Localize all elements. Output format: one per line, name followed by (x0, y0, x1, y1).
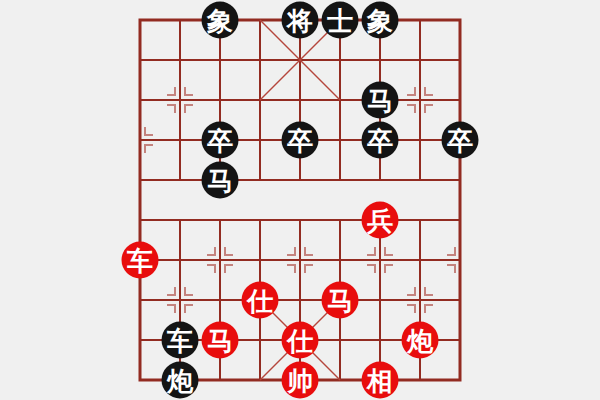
intersection-f3r2[interactable] (240, 80, 280, 120)
intersection-f7r0[interactable] (400, 0, 440, 40)
intersection-f4r8[interactable]: 仕 (280, 320, 320, 360)
xiangqi-app: 象将士象马卒卒卒卒马兵车仕马车马仕炮炮帅相 (0, 0, 600, 400)
intersection-f3r6[interactable] (240, 240, 280, 280)
intersection-f2r3[interactable]: 卒 (200, 120, 240, 160)
intersection-f8r4[interactable] (440, 160, 480, 200)
intersection-f5r1[interactable] (320, 40, 360, 80)
piece-black-chariot[interactable]: 车 (162, 322, 199, 359)
intersection-f8r5[interactable] (440, 200, 480, 240)
intersection-f8r3[interactable]: 卒 (440, 120, 480, 160)
intersection-f4r6[interactable] (280, 240, 320, 280)
intersection-f2r9[interactable] (200, 360, 240, 400)
intersection-f3r3[interactable] (240, 120, 280, 160)
intersection-f1r4[interactable] (160, 160, 200, 200)
intersection-f1r8[interactable]: 车 (160, 320, 200, 360)
piece-grid: 象将士象马卒卒卒卒马兵车仕马车马仕炮炮帅相 (120, 0, 480, 400)
intersection-f1r9[interactable]: 炮 (160, 360, 200, 400)
intersection-f6r7[interactable] (360, 280, 400, 320)
intersection-f5r8[interactable] (320, 320, 360, 360)
intersection-f3r1[interactable] (240, 40, 280, 80)
piece-black-horse[interactable]: 马 (202, 162, 239, 199)
intersection-f2r0[interactable]: 象 (200, 0, 240, 40)
piece-black-elephant[interactable]: 象 (362, 2, 399, 39)
intersection-f6r9[interactable]: 相 (360, 360, 400, 400)
intersection-f1r1[interactable] (160, 40, 200, 80)
intersection-f7r2[interactable] (400, 80, 440, 120)
intersection-f4r5[interactable] (280, 200, 320, 240)
intersection-f1r2[interactable] (160, 80, 200, 120)
intersection-f6r8[interactable] (360, 320, 400, 360)
intersection-f5r7[interactable]: 马 (320, 280, 360, 320)
intersection-f7r4[interactable] (400, 160, 440, 200)
piece-black-soldier[interactable]: 卒 (442, 122, 479, 159)
intersection-f2r4[interactable]: 马 (200, 160, 240, 200)
intersection-f8r0[interactable] (440, 0, 480, 40)
intersection-f5r4[interactable] (320, 160, 360, 200)
intersection-f5r0[interactable]: 士 (320, 0, 360, 40)
intersection-f0r5[interactable] (120, 200, 160, 240)
intersection-f8r9[interactable] (440, 360, 480, 400)
intersection-f2r5[interactable] (200, 200, 240, 240)
intersection-f7r9[interactable] (400, 360, 440, 400)
intersection-f0r9[interactable] (120, 360, 160, 400)
intersection-f5r5[interactable] (320, 200, 360, 240)
intersection-f8r1[interactable] (440, 40, 480, 80)
piece-black-general[interactable]: 将 (282, 2, 319, 39)
piece-red-chariot[interactable]: 车 (122, 242, 159, 279)
intersection-f1r0[interactable] (160, 0, 200, 40)
intersection-f7r7[interactable] (400, 280, 440, 320)
intersection-f3r9[interactable] (240, 360, 280, 400)
intersection-f4r2[interactable] (280, 80, 320, 120)
piece-black-soldier[interactable]: 卒 (282, 122, 319, 159)
intersection-f0r1[interactable] (120, 40, 160, 80)
intersection-f1r3[interactable] (160, 120, 200, 160)
intersection-f4r0[interactable]: 将 (280, 0, 320, 40)
intersection-f8r6[interactable] (440, 240, 480, 280)
piece-red-advisor[interactable]: 仕 (242, 282, 279, 319)
intersection-f7r6[interactable] (400, 240, 440, 280)
intersection-f5r3[interactable] (320, 120, 360, 160)
intersection-f0r8[interactable] (120, 320, 160, 360)
piece-black-cannon[interactable]: 炮 (162, 362, 199, 399)
intersection-f8r2[interactable] (440, 80, 480, 120)
piece-red-elephant[interactable]: 相 (362, 362, 399, 399)
intersection-f0r3[interactable] (120, 120, 160, 160)
intersection-f5r9[interactable] (320, 360, 360, 400)
intersection-f3r8[interactable] (240, 320, 280, 360)
intersection-f1r7[interactable] (160, 280, 200, 320)
intersection-f5r6[interactable] (320, 240, 360, 280)
intersection-f8r8[interactable] (440, 320, 480, 360)
intersection-f5r2[interactable] (320, 80, 360, 120)
intersection-f0r0[interactable] (120, 0, 160, 40)
intersection-f3r4[interactable] (240, 160, 280, 200)
intersection-f1r6[interactable] (160, 240, 200, 280)
piece-red-advisor[interactable]: 仕 (282, 322, 319, 359)
intersection-f6r2[interactable]: 马 (360, 80, 400, 120)
intersection-f3r0[interactable] (240, 0, 280, 40)
piece-red-general[interactable]: 帅 (282, 362, 319, 399)
intersection-f7r5[interactable] (400, 200, 440, 240)
piece-black-elephant[interactable]: 象 (202, 2, 239, 39)
intersection-f6r0[interactable]: 象 (360, 0, 400, 40)
intersection-f4r9[interactable]: 帅 (280, 360, 320, 400)
piece-black-soldier[interactable]: 卒 (202, 122, 239, 159)
intersection-f4r4[interactable] (280, 160, 320, 200)
intersection-f3r7[interactable]: 仕 (240, 280, 280, 320)
intersection-f6r1[interactable] (360, 40, 400, 80)
intersection-f6r4[interactable] (360, 160, 400, 200)
intersection-f2r6[interactable] (200, 240, 240, 280)
intersection-f0r6[interactable]: 车 (120, 240, 160, 280)
intersection-f0r4[interactable] (120, 160, 160, 200)
intersection-f8r7[interactable] (440, 280, 480, 320)
intersection-f7r8[interactable]: 炮 (400, 320, 440, 360)
piece-red-horse[interactable]: 马 (322, 282, 359, 319)
intersection-f7r3[interactable] (400, 120, 440, 160)
intersection-f6r6[interactable] (360, 240, 400, 280)
intersection-f4r1[interactable] (280, 40, 320, 80)
xiangqi-board: 象将士象马卒卒卒卒马兵车仕马车马仕炮炮帅相 (120, 0, 480, 400)
piece-red-soldier[interactable]: 兵 (362, 202, 399, 239)
piece-black-advisor[interactable]: 士 (322, 2, 359, 39)
intersection-f0r7[interactable] (120, 280, 160, 320)
intersection-f6r3[interactable]: 卒 (360, 120, 400, 160)
piece-red-cannon[interactable]: 炮 (402, 322, 439, 359)
intersection-f6r5[interactable]: 兵 (360, 200, 400, 240)
intersection-f4r7[interactable] (280, 280, 320, 320)
piece-red-horse[interactable]: 马 (202, 322, 239, 359)
intersection-f2r8[interactable]: 马 (200, 320, 240, 360)
intersection-f7r1[interactable] (400, 40, 440, 80)
intersection-f2r2[interactable] (200, 80, 240, 120)
intersection-f3r5[interactable] (240, 200, 280, 240)
piece-black-soldier[interactable]: 卒 (362, 122, 399, 159)
intersection-f2r7[interactable] (200, 280, 240, 320)
intersection-f2r1[interactable] (200, 40, 240, 80)
intersection-f1r5[interactable] (160, 200, 200, 240)
intersection-f4r3[interactable]: 卒 (280, 120, 320, 160)
piece-black-horse[interactable]: 马 (362, 82, 399, 119)
intersection-f0r2[interactable] (120, 80, 160, 120)
